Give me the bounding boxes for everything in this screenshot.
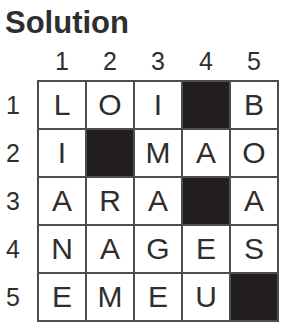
cell-1-3: I xyxy=(135,82,181,128)
row-label-5: 5 xyxy=(3,274,37,320)
cell-4-5: S xyxy=(231,226,277,272)
row-label-4: 4 xyxy=(3,226,37,272)
page-title: Solution xyxy=(5,6,284,40)
col-label-4: 4 xyxy=(183,47,229,81)
row-label-1: 1 xyxy=(3,82,37,128)
cell-5-4: U xyxy=(183,274,229,320)
column-labels: 12345 xyxy=(37,47,284,80)
cell-2-3: M xyxy=(135,130,181,176)
page: Solution 12345 12345 LOIBIMAOARAANAGESEM… xyxy=(0,0,284,335)
row-label-2: 2 xyxy=(3,130,37,176)
cell-1-5: B xyxy=(231,82,277,128)
cell-3-1: A xyxy=(39,178,85,224)
cell-4-4: E xyxy=(183,226,229,272)
cell-4-3: G xyxy=(135,226,181,272)
cell-5-2: M xyxy=(87,274,133,320)
row-labels: 12345 xyxy=(3,80,37,322)
cell-1-1: L xyxy=(39,82,85,128)
cell-2-4: A xyxy=(183,130,229,176)
cell-4-1: N xyxy=(39,226,85,272)
black-cell-5-5 xyxy=(231,274,277,320)
cell-1-2: O xyxy=(87,82,133,128)
cell-5-3: E xyxy=(135,274,181,320)
cell-3-2: R xyxy=(87,178,133,224)
col-label-5: 5 xyxy=(231,47,277,81)
cell-3-3: A xyxy=(135,178,181,224)
cell-4-2: A xyxy=(87,226,133,272)
col-label-3: 3 xyxy=(135,47,181,81)
puzzle-layout: 12345 12345 LOIBIMAOARAANAGESEMEU xyxy=(3,47,284,322)
black-cell-2-2 xyxy=(87,130,133,176)
cell-5-1: E xyxy=(39,274,85,320)
crossword-board: LOIBIMAOARAANAGESEMEU xyxy=(37,80,279,322)
col-label-1: 1 xyxy=(39,47,85,81)
row-label-3: 3 xyxy=(3,178,37,224)
cell-2-5: O xyxy=(231,130,277,176)
cell-3-5: A xyxy=(231,178,277,224)
col-label-2: 2 xyxy=(87,47,133,81)
black-cell-3-4 xyxy=(183,178,229,224)
grid-corner-spacer xyxy=(3,47,37,80)
cell-2-1: I xyxy=(39,130,85,176)
black-cell-1-4 xyxy=(183,82,229,128)
